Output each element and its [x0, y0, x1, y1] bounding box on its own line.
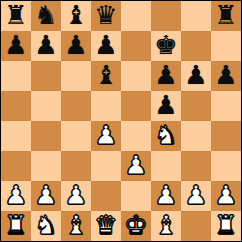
black-pawn-piece: ♟: [214, 61, 237, 90]
square-a2[interactable]: ♟: [1, 181, 31, 211]
square-b4[interactable]: [31, 121, 61, 151]
black-knight-piece: ♞: [34, 1, 57, 30]
square-e3[interactable]: ♟: [121, 151, 151, 181]
square-c2[interactable]: ♟: [61, 181, 91, 211]
square-a4[interactable]: [1, 121, 31, 151]
square-b8[interactable]: ♞: [31, 1, 61, 31]
black-pawn-piece: ♟: [154, 91, 177, 120]
white-pawn-piece: ♟: [94, 121, 117, 150]
square-b7[interactable]: ♟: [31, 31, 61, 61]
square-g8[interactable]: [181, 1, 211, 31]
square-b6[interactable]: [31, 61, 61, 91]
square-h5[interactable]: [211, 91, 241, 121]
square-b5[interactable]: [31, 91, 61, 121]
square-a7[interactable]: ♟: [1, 31, 31, 61]
square-b3[interactable]: [31, 151, 61, 181]
square-a8[interactable]: ♜: [1, 1, 31, 31]
square-c4[interactable]: [61, 121, 91, 151]
white-bishop-piece: ♝: [154, 211, 177, 240]
square-h1[interactable]: ♜: [211, 211, 241, 241]
square-c3[interactable]: [61, 151, 91, 181]
white-knight-piece: ♞: [34, 211, 57, 240]
square-f8[interactable]: [151, 1, 181, 31]
square-h3[interactable]: [211, 151, 241, 181]
square-c6[interactable]: [61, 61, 91, 91]
square-d6[interactable]: ♝: [91, 61, 121, 91]
square-g1[interactable]: [181, 211, 211, 241]
white-knight-piece: ♞: [154, 121, 177, 150]
black-bishop-piece: ♝: [94, 61, 117, 90]
black-rook-piece: ♜: [214, 1, 237, 30]
black-pawn-piece: ♟: [154, 61, 177, 90]
square-g5[interactable]: [181, 91, 211, 121]
square-a1[interactable]: ♜: [1, 211, 31, 241]
square-g6[interactable]: ♟: [181, 61, 211, 91]
black-king-piece: ♚: [154, 31, 177, 60]
white-rook-piece: ♜: [4, 211, 27, 240]
black-pawn-piece: ♟: [4, 31, 27, 60]
square-h8[interactable]: ♜: [211, 1, 241, 31]
square-d8[interactable]: ♛: [91, 1, 121, 31]
square-f6[interactable]: ♟: [151, 61, 181, 91]
square-f1[interactable]: ♝: [151, 211, 181, 241]
square-d5[interactable]: [91, 91, 121, 121]
square-f4[interactable]: ♞: [151, 121, 181, 151]
square-f3[interactable]: [151, 151, 181, 181]
square-d7[interactable]: ♟: [91, 31, 121, 61]
square-a5[interactable]: [1, 91, 31, 121]
square-h6[interactable]: ♟: [211, 61, 241, 91]
chess-board: ♜♞♝♛♜♟♟♟♟♚♝♟♟♟♟♟♞♟♟♟♟♟♟♟♜♞♝♛♚♝♜: [0, 0, 242, 242]
white-queen-piece: ♛: [94, 211, 117, 240]
white-bishop-piece: ♝: [64, 211, 87, 240]
square-b2[interactable]: ♟: [31, 181, 61, 211]
square-b1[interactable]: ♞: [31, 211, 61, 241]
square-e4[interactable]: [121, 121, 151, 151]
square-f2[interactable]: ♟: [151, 181, 181, 211]
square-g4[interactable]: [181, 121, 211, 151]
square-g2[interactable]: ♟: [181, 181, 211, 211]
black-pawn-piece: ♟: [184, 61, 207, 90]
square-e7[interactable]: [121, 31, 151, 61]
black-queen-piece: ♛: [94, 1, 117, 30]
square-f7[interactable]: ♚: [151, 31, 181, 61]
black-rook-piece: ♜: [4, 1, 27, 30]
square-d4[interactable]: ♟: [91, 121, 121, 151]
black-pawn-piece: ♟: [64, 31, 87, 60]
square-d2[interactable]: [91, 181, 121, 211]
white-pawn-piece: ♟: [34, 181, 57, 210]
square-g7[interactable]: [181, 31, 211, 61]
square-d3[interactable]: [91, 151, 121, 181]
square-c7[interactable]: ♟: [61, 31, 91, 61]
square-e5[interactable]: [121, 91, 151, 121]
square-e6[interactable]: [121, 61, 151, 91]
square-f5[interactable]: ♟: [151, 91, 181, 121]
black-pawn-piece: ♟: [34, 31, 57, 60]
black-pawn-piece: ♟: [94, 31, 117, 60]
white-rook-piece: ♜: [214, 211, 237, 240]
white-pawn-piece: ♟: [64, 181, 87, 210]
square-h2[interactable]: ♟: [211, 181, 241, 211]
chess-diagram: ♜♞♝♛♜♟♟♟♟♚♝♟♟♟♟♟♞♟♟♟♟♟♟♟♜♞♝♛♚♝♜: [0, 0, 242, 242]
square-a3[interactable]: [1, 151, 31, 181]
square-e1[interactable]: ♚: [121, 211, 151, 241]
square-g3[interactable]: [181, 151, 211, 181]
square-c1[interactable]: ♝: [61, 211, 91, 241]
square-d1[interactable]: ♛: [91, 211, 121, 241]
white-pawn-piece: ♟: [154, 181, 177, 210]
white-pawn-piece: ♟: [184, 181, 207, 210]
square-c8[interactable]: ♝: [61, 1, 91, 31]
square-h7[interactable]: [211, 31, 241, 61]
black-bishop-piece: ♝: [64, 1, 87, 30]
white-king-piece: ♚: [124, 211, 147, 240]
white-pawn-piece: ♟: [4, 181, 27, 210]
square-e2[interactable]: [121, 181, 151, 211]
square-e8[interactable]: [121, 1, 151, 31]
square-c5[interactable]: [61, 91, 91, 121]
white-pawn-piece: ♟: [124, 151, 147, 180]
square-h4[interactable]: [211, 121, 241, 151]
square-a6[interactable]: [1, 61, 31, 91]
white-pawn-piece: ♟: [214, 181, 237, 210]
